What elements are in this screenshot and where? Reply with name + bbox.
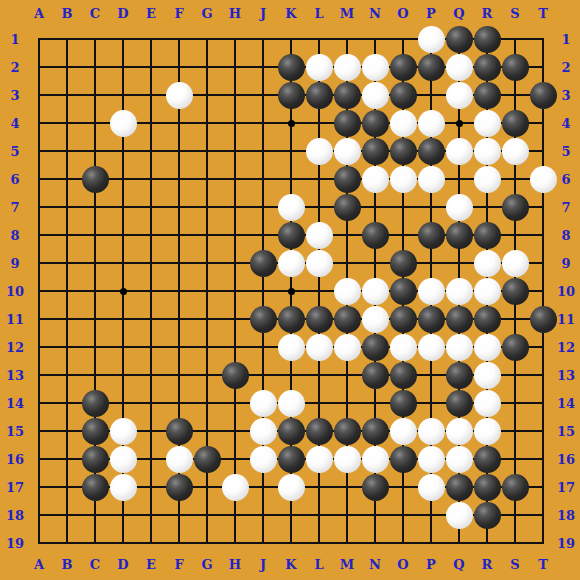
column-label-top-D: D: [112, 6, 134, 21]
white-stone-M2[interactable]: [334, 54, 361, 81]
white-stone-M16[interactable]: [334, 446, 361, 473]
black-stone-O9[interactable]: [390, 250, 417, 277]
white-stone-H17[interactable]: [222, 474, 249, 501]
white-stone-Q15[interactable]: [446, 418, 473, 445]
black-stone-K16[interactable]: [278, 446, 305, 473]
white-stone-D16[interactable]: [110, 446, 137, 473]
white-stone-L16[interactable]: [306, 446, 333, 473]
black-stone-R18[interactable]: [474, 502, 501, 529]
row-label-left-14: 14: [2, 396, 28, 411]
column-label-bottom-R: R: [476, 557, 498, 572]
row-label-left-1: 1: [2, 32, 28, 47]
white-stone-P12[interactable]: [418, 334, 445, 361]
row-label-left-12: 12: [2, 340, 28, 355]
row-label-right-13: 13: [553, 368, 579, 383]
white-stone-O15[interactable]: [390, 418, 417, 445]
row-label-right-8: 8: [553, 228, 579, 243]
column-label-top-G: G: [196, 6, 218, 21]
white-stone-D15[interactable]: [110, 418, 137, 445]
row-label-right-4: 4: [553, 116, 579, 131]
row-label-right-2: 2: [553, 60, 579, 75]
white-stone-Q10[interactable]: [446, 278, 473, 305]
black-stone-O3[interactable]: [390, 82, 417, 109]
white-stone-N2[interactable]: [362, 54, 389, 81]
white-stone-R13[interactable]: [474, 362, 501, 389]
black-stone-Q11[interactable]: [446, 306, 473, 333]
row-label-right-11: 11: [553, 312, 579, 327]
black-stone-J9[interactable]: [250, 250, 277, 277]
white-stone-P15[interactable]: [418, 418, 445, 445]
column-label-top-S: S: [504, 6, 526, 21]
black-stone-R3[interactable]: [474, 82, 501, 109]
white-stone-L5[interactable]: [306, 138, 333, 165]
black-stone-M15[interactable]: [334, 418, 361, 445]
white-stone-K9[interactable]: [278, 250, 305, 277]
black-stone-O14[interactable]: [390, 390, 417, 417]
row-label-right-12: 12: [553, 340, 579, 355]
white-stone-O6[interactable]: [390, 166, 417, 193]
black-stone-M6[interactable]: [334, 166, 361, 193]
black-stone-S10[interactable]: [502, 278, 529, 305]
white-stone-R15[interactable]: [474, 418, 501, 445]
white-stone-Q5[interactable]: [446, 138, 473, 165]
white-stone-P1[interactable]: [418, 26, 445, 53]
white-stone-P4[interactable]: [418, 110, 445, 137]
white-stone-K12[interactable]: [278, 334, 305, 361]
black-stone-N13[interactable]: [362, 362, 389, 389]
black-stone-Q13[interactable]: [446, 362, 473, 389]
black-stone-O2[interactable]: [390, 54, 417, 81]
row-label-left-10: 10: [2, 284, 28, 299]
column-label-top-H: H: [224, 6, 246, 21]
white-stone-P6[interactable]: [418, 166, 445, 193]
white-stone-L2[interactable]: [306, 54, 333, 81]
black-stone-K15[interactable]: [278, 418, 305, 445]
black-stone-Q14[interactable]: [446, 390, 473, 417]
white-stone-M12[interactable]: [334, 334, 361, 361]
black-stone-G16[interactable]: [194, 446, 221, 473]
white-stone-D4[interactable]: [110, 110, 137, 137]
row-label-left-3: 3: [2, 88, 28, 103]
black-stone-K8[interactable]: [278, 222, 305, 249]
white-stone-R14[interactable]: [474, 390, 501, 417]
row-label-right-5: 5: [553, 144, 579, 159]
column-label-bottom-Q: Q: [448, 557, 470, 572]
row-label-right-16: 16: [553, 452, 579, 467]
row-label-right-14: 14: [553, 396, 579, 411]
white-stone-S5[interactable]: [502, 138, 529, 165]
row-label-left-17: 17: [2, 480, 28, 495]
black-stone-R17[interactable]: [474, 474, 501, 501]
black-stone-S17[interactable]: [502, 474, 529, 501]
white-stone-N16[interactable]: [362, 446, 389, 473]
black-stone-M3[interactable]: [334, 82, 361, 109]
column-label-bottom-S: S: [504, 557, 526, 572]
white-stone-Q12[interactable]: [446, 334, 473, 361]
column-label-bottom-F: F: [168, 557, 190, 572]
row-label-left-7: 7: [2, 200, 28, 215]
black-stone-P8[interactable]: [418, 222, 445, 249]
white-stone-F16[interactable]: [166, 446, 193, 473]
column-label-bottom-K: K: [280, 557, 302, 572]
column-label-bottom-A: A: [28, 557, 50, 572]
white-stone-K17[interactable]: [278, 474, 305, 501]
row-label-left-15: 15: [2, 424, 28, 439]
star-point-K4: [288, 120, 295, 127]
column-label-top-J: J: [252, 6, 274, 21]
row-label-right-19: 19: [553, 536, 579, 551]
white-stone-M5[interactable]: [334, 138, 361, 165]
column-label-bottom-M: M: [336, 557, 358, 572]
column-label-bottom-P: P: [420, 557, 442, 572]
row-label-right-7: 7: [553, 200, 579, 215]
black-stone-L3[interactable]: [306, 82, 333, 109]
column-label-bottom-J: J: [252, 557, 274, 572]
white-stone-P17[interactable]: [418, 474, 445, 501]
column-label-top-E: E: [140, 6, 162, 21]
black-stone-O10[interactable]: [390, 278, 417, 305]
black-stone-R8[interactable]: [474, 222, 501, 249]
black-stone-K11[interactable]: [278, 306, 305, 333]
black-stone-O13[interactable]: [390, 362, 417, 389]
column-label-bottom-T: T: [532, 557, 554, 572]
white-stone-P16[interactable]: [418, 446, 445, 473]
black-stone-K2[interactable]: [278, 54, 305, 81]
black-stone-S4[interactable]: [502, 110, 529, 137]
column-label-top-B: B: [56, 6, 78, 21]
column-label-top-O: O: [392, 6, 414, 21]
white-stone-R6[interactable]: [474, 166, 501, 193]
row-label-left-9: 9: [2, 256, 28, 271]
white-stone-N10[interactable]: [362, 278, 389, 305]
go-board: AABBCCDDEEFFGGHHJJKKLLMMNNOOPPQQRRSSTT11…: [0, 0, 580, 580]
white-stone-F3[interactable]: [166, 82, 193, 109]
row-label-left-19: 19: [2, 536, 28, 551]
black-stone-Q1[interactable]: [446, 26, 473, 53]
black-stone-F15[interactable]: [166, 418, 193, 445]
black-stone-N17[interactable]: [362, 474, 389, 501]
white-stone-L12[interactable]: [306, 334, 333, 361]
white-stone-S9[interactable]: [502, 250, 529, 277]
black-stone-J11[interactable]: [250, 306, 277, 333]
column-label-bottom-E: E: [140, 557, 162, 572]
white-stone-R9[interactable]: [474, 250, 501, 277]
black-stone-C15[interactable]: [82, 418, 109, 445]
black-stone-O11[interactable]: [390, 306, 417, 333]
column-label-top-Q: Q: [448, 6, 470, 21]
column-label-top-K: K: [280, 6, 302, 21]
black-stone-C6[interactable]: [82, 166, 109, 193]
black-stone-P5[interactable]: [418, 138, 445, 165]
row-label-right-18: 18: [553, 508, 579, 523]
row-label-left-5: 5: [2, 144, 28, 159]
black-stone-M11[interactable]: [334, 306, 361, 333]
white-stone-Q7[interactable]: [446, 194, 473, 221]
column-label-bottom-H: H: [224, 557, 246, 572]
black-stone-R11[interactable]: [474, 306, 501, 333]
column-label-bottom-B: B: [56, 557, 78, 572]
white-stone-L8[interactable]: [306, 222, 333, 249]
column-label-bottom-L: L: [308, 557, 330, 572]
white-stone-J14[interactable]: [250, 390, 277, 417]
column-label-top-L: L: [308, 6, 330, 21]
black-stone-Q8[interactable]: [446, 222, 473, 249]
white-stone-Q3[interactable]: [446, 82, 473, 109]
black-stone-R2[interactable]: [474, 54, 501, 81]
black-stone-K3[interactable]: [278, 82, 305, 109]
black-stone-N4[interactable]: [362, 110, 389, 137]
black-stone-H13[interactable]: [222, 362, 249, 389]
column-label-top-C: C: [84, 6, 106, 21]
white-stone-N6[interactable]: [362, 166, 389, 193]
white-stone-J16[interactable]: [250, 446, 277, 473]
column-label-top-N: N: [364, 6, 386, 21]
black-stone-C17[interactable]: [82, 474, 109, 501]
column-label-bottom-C: C: [84, 557, 106, 572]
white-stone-Q16[interactable]: [446, 446, 473, 473]
star-point-K10: [288, 288, 295, 295]
column-label-bottom-G: G: [196, 557, 218, 572]
white-stone-R4[interactable]: [474, 110, 501, 137]
black-stone-N5[interactable]: [362, 138, 389, 165]
black-stone-N15[interactable]: [362, 418, 389, 445]
row-label-right-15: 15: [553, 424, 579, 439]
white-stone-Q18[interactable]: [446, 502, 473, 529]
white-stone-D17[interactable]: [110, 474, 137, 501]
row-label-right-6: 6: [553, 172, 579, 187]
white-stone-O4[interactable]: [390, 110, 417, 137]
black-stone-L11[interactable]: [306, 306, 333, 333]
row-label-right-3: 3: [553, 88, 579, 103]
white-stone-R12[interactable]: [474, 334, 501, 361]
black-stone-F17[interactable]: [166, 474, 193, 501]
grid-line-vertical: [542, 38, 544, 544]
black-stone-O16[interactable]: [390, 446, 417, 473]
white-stone-L9[interactable]: [306, 250, 333, 277]
black-stone-O5[interactable]: [390, 138, 417, 165]
row-label-right-10: 10: [553, 284, 579, 299]
black-stone-N12[interactable]: [362, 334, 389, 361]
column-label-top-T: T: [532, 6, 554, 21]
black-stone-L15[interactable]: [306, 418, 333, 445]
black-stone-P11[interactable]: [418, 306, 445, 333]
white-stone-N3[interactable]: [362, 82, 389, 109]
black-stone-R1[interactable]: [474, 26, 501, 53]
row-label-left-16: 16: [2, 452, 28, 467]
black-stone-C16[interactable]: [82, 446, 109, 473]
white-stone-Q2[interactable]: [446, 54, 473, 81]
black-stone-S12[interactable]: [502, 334, 529, 361]
row-label-right-1: 1: [553, 32, 579, 47]
row-label-right-9: 9: [553, 256, 579, 271]
black-stone-S7[interactable]: [502, 194, 529, 221]
white-stone-P10[interactable]: [418, 278, 445, 305]
row-label-left-8: 8: [2, 228, 28, 243]
row-label-left-6: 6: [2, 172, 28, 187]
column-label-top-A: A: [28, 6, 50, 21]
row-label-left-4: 4: [2, 116, 28, 131]
column-label-bottom-D: D: [112, 557, 134, 572]
white-stone-R10[interactable]: [474, 278, 501, 305]
black-stone-Q17[interactable]: [446, 474, 473, 501]
column-label-bottom-O: O: [392, 557, 414, 572]
white-stone-K14[interactable]: [278, 390, 305, 417]
column-label-top-R: R: [476, 6, 498, 21]
column-label-top-M: M: [336, 6, 358, 21]
white-stone-K7[interactable]: [278, 194, 305, 221]
column-label-bottom-N: N: [364, 557, 386, 572]
star-point-D10: [120, 288, 127, 295]
row-label-left-18: 18: [2, 508, 28, 523]
white-stone-J15[interactable]: [250, 418, 277, 445]
row-label-right-17: 17: [553, 480, 579, 495]
white-stone-N11[interactable]: [362, 306, 389, 333]
star-point-Q4: [456, 120, 463, 127]
black-stone-M7[interactable]: [334, 194, 361, 221]
black-stone-C14[interactable]: [82, 390, 109, 417]
column-label-top-F: F: [168, 6, 190, 21]
black-stone-R16[interactable]: [474, 446, 501, 473]
black-stone-M4[interactable]: [334, 110, 361, 137]
black-stone-N8[interactable]: [362, 222, 389, 249]
row-label-left-11: 11: [2, 312, 28, 327]
row-label-left-13: 13: [2, 368, 28, 383]
row-label-left-2: 2: [2, 60, 28, 75]
black-stone-P2[interactable]: [418, 54, 445, 81]
white-stone-R5[interactable]: [474, 138, 501, 165]
white-stone-O12[interactable]: [390, 334, 417, 361]
column-label-top-P: P: [420, 6, 442, 21]
white-stone-M10[interactable]: [334, 278, 361, 305]
grid-line-horizontal: [38, 542, 544, 544]
black-stone-S2[interactable]: [502, 54, 529, 81]
